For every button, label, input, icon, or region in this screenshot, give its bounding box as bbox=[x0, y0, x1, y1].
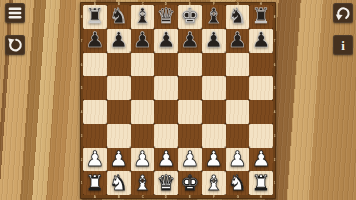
square-d5[interactable] bbox=[154, 76, 178, 100]
menu-button[interactable] bbox=[5, 3, 25, 23]
piece-black-knight[interactable]: ♞ bbox=[109, 5, 128, 28]
file-label-e: E bbox=[184, 196, 196, 198]
square-h3[interactable] bbox=[249, 124, 273, 148]
square-c3[interactable] bbox=[131, 124, 155, 148]
square-h1[interactable]: ♜ bbox=[249, 171, 273, 195]
piece-black-pawn[interactable]: ♟ bbox=[85, 29, 104, 52]
square-g2[interactable]: ♟ bbox=[226, 148, 250, 172]
piece-white-pawn[interactable]: ♟ bbox=[252, 148, 271, 171]
piece-black-pawn[interactable]: ♟ bbox=[180, 29, 199, 52]
hamburger-icon bbox=[5, 3, 25, 23]
square-e7[interactable]: ♟ bbox=[178, 29, 202, 53]
info-button[interactable]: i bbox=[333, 35, 353, 55]
square-f7[interactable]: ♟ bbox=[202, 29, 226, 53]
file-label-d: D bbox=[160, 196, 172, 198]
piece-black-pawn[interactable]: ♟ bbox=[252, 29, 271, 52]
square-d4[interactable] bbox=[154, 100, 178, 124]
square-d1[interactable]: ♛ bbox=[154, 171, 178, 195]
square-f4[interactable] bbox=[202, 100, 226, 124]
piece-black-queen[interactable]: ♛ bbox=[157, 5, 176, 28]
chess-board: ABCDEFGH ABCDEFGH 87654321 87654321 ♜♞♝♛… bbox=[80, 2, 276, 199]
square-f5[interactable] bbox=[202, 76, 226, 100]
piece-black-rook[interactable]: ♜ bbox=[252, 5, 271, 28]
square-e4[interactable] bbox=[178, 100, 202, 124]
square-e5[interactable] bbox=[178, 76, 202, 100]
piece-white-knight[interactable]: ♞ bbox=[228, 172, 247, 195]
square-h6[interactable] bbox=[249, 53, 273, 77]
piece-black-knight[interactable]: ♞ bbox=[228, 5, 247, 28]
square-g7[interactable]: ♟ bbox=[226, 29, 250, 53]
piece-black-king[interactable]: ♚ bbox=[180, 5, 199, 28]
rank-label-3: 3 bbox=[274, 130, 276, 142]
piece-black-pawn[interactable]: ♟ bbox=[109, 29, 128, 52]
square-a1[interactable]: ♜ bbox=[83, 171, 107, 195]
square-e2[interactable]: ♟ bbox=[178, 148, 202, 172]
file-labels-bottom: ABCDEFGH bbox=[83, 195, 273, 199]
square-b8[interactable]: ♞ bbox=[107, 5, 131, 29]
square-d6[interactable] bbox=[154, 53, 178, 77]
rank-label-5: 5 bbox=[274, 82, 276, 94]
piece-white-pawn[interactable]: ♟ bbox=[180, 148, 199, 171]
file-label-f: F bbox=[208, 196, 220, 198]
file-label-g: G bbox=[231, 196, 243, 198]
rank-labels-right: 87654321 bbox=[273, 5, 276, 195]
square-h8[interactable]: ♜ bbox=[249, 5, 273, 29]
piece-black-pawn[interactable]: ♟ bbox=[228, 29, 247, 52]
rank-label-2: 2 bbox=[274, 153, 276, 165]
file-label-b: B bbox=[113, 196, 125, 198]
square-g6[interactable] bbox=[226, 53, 250, 77]
piece-white-bishop[interactable]: ♝ bbox=[204, 172, 223, 195]
square-c2[interactable]: ♟ bbox=[131, 148, 155, 172]
square-a3[interactable] bbox=[83, 124, 107, 148]
square-h7[interactable]: ♟ bbox=[249, 29, 273, 53]
piece-black-pawn[interactable]: ♟ bbox=[204, 29, 223, 52]
square-d2[interactable]: ♟ bbox=[154, 148, 178, 172]
square-f1[interactable]: ♝ bbox=[202, 171, 226, 195]
rotate-icon bbox=[5, 35, 25, 55]
piece-black-pawn[interactable]: ♟ bbox=[157, 29, 176, 52]
square-b3[interactable] bbox=[107, 124, 131, 148]
rank-label-4: 4 bbox=[274, 106, 276, 118]
square-d7[interactable]: ♟ bbox=[154, 29, 178, 53]
square-b7[interactable]: ♟ bbox=[107, 29, 131, 53]
square-a7[interactable]: ♟ bbox=[83, 29, 107, 53]
square-g5[interactable] bbox=[226, 76, 250, 100]
square-d3[interactable] bbox=[154, 124, 178, 148]
square-f8[interactable]: ♝ bbox=[202, 5, 226, 29]
square-g8[interactable]: ♞ bbox=[226, 5, 250, 29]
square-c5[interactable] bbox=[131, 76, 155, 100]
square-c1[interactable]: ♝ bbox=[131, 171, 155, 195]
square-c4[interactable] bbox=[131, 100, 155, 124]
undo-icon bbox=[333, 3, 353, 23]
chess-app-screen: i ABCDEFGH ABCDEFGH 87654321 87654321 ♜♞… bbox=[0, 0, 356, 200]
square-b1[interactable]: ♞ bbox=[107, 171, 131, 195]
square-g3[interactable] bbox=[226, 124, 250, 148]
square-a5[interactable] bbox=[83, 76, 107, 100]
file-label-a: A bbox=[89, 196, 101, 198]
piece-white-rook[interactable]: ♜ bbox=[85, 172, 104, 195]
file-label-h: H bbox=[255, 196, 267, 198]
piece-white-bishop[interactable]: ♝ bbox=[133, 172, 152, 195]
square-b6[interactable] bbox=[107, 53, 131, 77]
piece-black-rook[interactable]: ♜ bbox=[85, 5, 104, 28]
board-grid: ♜♞♝♛♚♝♞♜♟♟♟♟♟♟♟♟♟♟♟♟♟♟♟♟♜♞♝♛♚♝♞♜ bbox=[83, 5, 273, 195]
square-e6[interactable] bbox=[178, 53, 202, 77]
piece-white-pawn[interactable]: ♟ bbox=[85, 148, 104, 171]
square-a2[interactable]: ♟ bbox=[83, 148, 107, 172]
square-h4[interactable] bbox=[249, 100, 273, 124]
piece-white-pawn[interactable]: ♟ bbox=[157, 148, 176, 171]
piece-white-pawn[interactable]: ♟ bbox=[109, 148, 128, 171]
undo-button[interactable] bbox=[333, 3, 353, 23]
rank-label-8: 8 bbox=[274, 11, 276, 23]
square-h2[interactable]: ♟ bbox=[249, 148, 273, 172]
piece-white-rook[interactable]: ♜ bbox=[252, 172, 271, 195]
square-e8[interactable]: ♚ bbox=[178, 5, 202, 29]
piece-white-knight[interactable]: ♞ bbox=[109, 172, 128, 195]
square-e3[interactable] bbox=[178, 124, 202, 148]
piece-white-pawn[interactable]: ♟ bbox=[228, 148, 247, 171]
square-b5[interactable] bbox=[107, 76, 131, 100]
piece-white-pawn[interactable]: ♟ bbox=[133, 148, 152, 171]
square-a4[interactable] bbox=[83, 100, 107, 124]
file-label-c: C bbox=[136, 196, 148, 198]
square-c6[interactable] bbox=[131, 53, 155, 77]
piece-white-pawn[interactable]: ♟ bbox=[204, 148, 223, 171]
piece-black-pawn[interactable]: ♟ bbox=[133, 29, 152, 52]
piece-white-queen[interactable]: ♛ bbox=[157, 172, 176, 195]
square-d8[interactable]: ♛ bbox=[154, 5, 178, 29]
square-a8[interactable]: ♜ bbox=[83, 5, 107, 29]
rotate-board-button[interactable] bbox=[5, 35, 25, 55]
square-f3[interactable] bbox=[202, 124, 226, 148]
square-b2[interactable]: ♟ bbox=[107, 148, 131, 172]
rank-label-6: 6 bbox=[274, 58, 276, 70]
square-f2[interactable]: ♟ bbox=[202, 148, 226, 172]
rank-label-1: 1 bbox=[274, 177, 276, 189]
square-f6[interactable] bbox=[202, 53, 226, 77]
square-g1[interactable]: ♞ bbox=[226, 171, 250, 195]
square-e1[interactable]: ♚ bbox=[178, 171, 202, 195]
square-h5[interactable] bbox=[249, 76, 273, 100]
info-icon: i bbox=[341, 39, 345, 52]
square-a6[interactable] bbox=[83, 53, 107, 77]
square-c7[interactable]: ♟ bbox=[131, 29, 155, 53]
rank-label-7: 7 bbox=[274, 35, 276, 47]
piece-black-bishop[interactable]: ♝ bbox=[204, 5, 223, 28]
square-b4[interactable] bbox=[107, 100, 131, 124]
piece-black-bishop[interactable]: ♝ bbox=[133, 5, 152, 28]
square-g4[interactable] bbox=[226, 100, 250, 124]
piece-white-king[interactable]: ♚ bbox=[180, 172, 199, 195]
square-c8[interactable]: ♝ bbox=[131, 5, 155, 29]
